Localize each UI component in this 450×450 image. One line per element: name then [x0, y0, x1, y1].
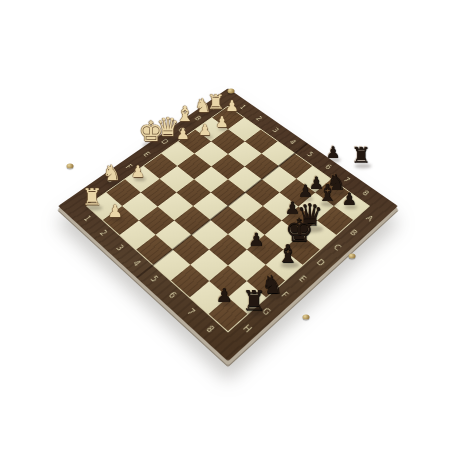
- rank-label-bottom-3: 3: [113, 243, 126, 254]
- black-pawn-frame[interactable]: ♟: [341, 191, 356, 208]
- rank-label-bottom-7: 7: [184, 306, 198, 318]
- black-pawn-f7[interactable]: ♟: [248, 231, 264, 249]
- file-label-right-B: B: [347, 228, 360, 238]
- black-pawn-h7[interactable]: ♟: [215, 286, 232, 305]
- rank-label-bottom-5: 5: [147, 274, 160, 285]
- brass-clasp-4: [303, 315, 310, 320]
- white-pawn-d2[interactable]: ♟: [176, 127, 189, 142]
- rank-label-bottom-8: 8: [203, 323, 217, 336]
- rank-label-top-2: 2: [253, 115, 264, 123]
- rank-label-bottom-4: 4: [130, 258, 143, 269]
- rank-label-bottom-1: 1: [81, 214, 94, 224]
- white-pawn-b2[interactable]: ♟: [215, 115, 228, 130]
- board-3d-layer: 11AA22BB33CC44DD55EE66FF77GG88HH: [0, 0, 450, 450]
- rank-label-top-5: 5: [304, 150, 316, 159]
- file-label-right-C: C: [330, 243, 343, 254]
- black-pawn-a7[interactable]: ♟: [326, 145, 340, 161]
- rank-label-top-3: 3: [269, 126, 281, 134]
- white-pawn-h2[interactable]: ♟: [107, 203, 122, 220]
- white-pawn-f2[interactable]: ♟: [131, 164, 145, 180]
- rank-label-bottom-6: 6: [165, 290, 179, 302]
- rank-label-bottom-2: 2: [97, 228, 110, 238]
- white-pawn-c2[interactable]: ♟: [198, 123, 211, 138]
- file-label-right-E: E: [295, 274, 309, 285]
- white-knight-b1[interactable]: ♞: [194, 96, 211, 115]
- black-rook-a8[interactable]: ♜: [351, 145, 371, 167]
- brass-clasp-1: [67, 164, 74, 169]
- rank-label-top-4: 4: [286, 138, 298, 147]
- white-king-e1[interactable]: ♚: [138, 118, 163, 146]
- file-label-left-E: E: [140, 150, 152, 159]
- file-label-right-A: A: [363, 214, 376, 224]
- white-knight-g1[interactable]: ♞: [103, 163, 122, 184]
- file-label-right-H: H: [239, 323, 253, 336]
- white-pawn-a2[interactable]: ♟: [225, 99, 238, 114]
- brass-clasp-3: [349, 254, 356, 259]
- black-rook-h8[interactable]: ♜: [242, 287, 266, 314]
- black-bishop-f8[interactable]: ♝: [277, 241, 299, 266]
- white-rook-h1[interactable]: ♜: [82, 186, 103, 209]
- file-label-right-D: D: [313, 258, 326, 269]
- rank-label-top-8: 8: [359, 189, 372, 199]
- chessboard-photo: 11AA22BB33CC44DD55EE66FF77GG88HH ♜♟♞♝♟♟♛…: [0, 0, 450, 450]
- brass-clasp-2: [228, 89, 235, 94]
